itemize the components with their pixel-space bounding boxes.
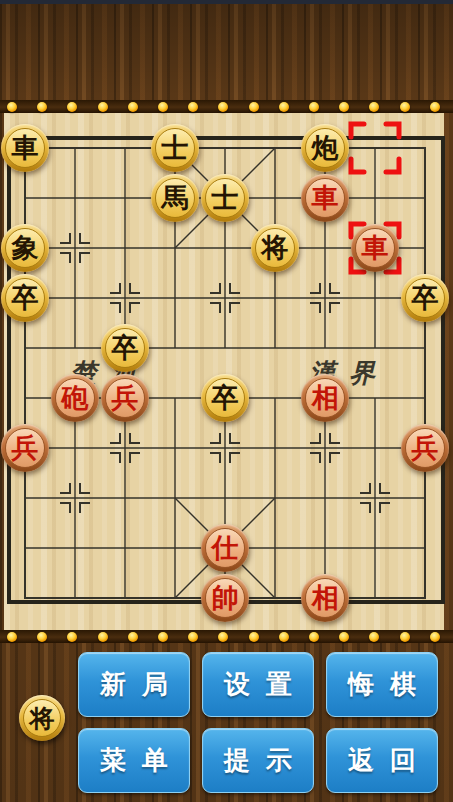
piece-face: 卒 bbox=[5, 278, 45, 318]
piece-face: 相 bbox=[305, 378, 345, 418]
stud bbox=[158, 102, 168, 112]
piece-face: 帥 bbox=[205, 578, 245, 618]
piece-black-advisor[interactable]: 士 bbox=[151, 124, 199, 172]
piece-black-elephant[interactable]: 象 bbox=[1, 224, 49, 272]
piece-face: 車 bbox=[5, 128, 45, 168]
stud bbox=[309, 632, 319, 642]
stud bbox=[158, 632, 168, 642]
stud bbox=[369, 632, 379, 642]
stud bbox=[339, 632, 349, 642]
piece-face: 車 bbox=[305, 178, 345, 218]
piece-face: 兵 bbox=[405, 428, 445, 468]
xiangqi-app-screen: { "game": "xiangqi", "app": { "screen": … bbox=[0, 0, 453, 802]
menu-button[interactable]: 菜单 bbox=[78, 728, 190, 793]
stud bbox=[67, 102, 77, 112]
piece-black-soldier[interactable]: 卒 bbox=[401, 274, 449, 322]
piece-face: 象 bbox=[5, 228, 45, 268]
piece-black-soldier[interactable]: 卒 bbox=[101, 324, 149, 372]
stud bbox=[7, 632, 17, 642]
piece-red-general[interactable]: 帥 bbox=[201, 574, 249, 622]
stud bbox=[218, 632, 228, 642]
stud bbox=[400, 102, 410, 112]
piece-black-general[interactable]: 将 bbox=[251, 224, 299, 272]
back-button[interactable]: 返回 bbox=[326, 728, 438, 793]
back-label: 返回 bbox=[332, 743, 432, 778]
piece-face: 兵 bbox=[105, 378, 145, 418]
piece-black-soldier[interactable]: 卒 bbox=[1, 274, 49, 322]
stud bbox=[98, 102, 108, 112]
hint-button[interactable]: 提示 bbox=[202, 728, 314, 793]
piece-face: 車 bbox=[355, 228, 395, 268]
stud bbox=[67, 632, 77, 642]
piece-face: 馬 bbox=[155, 178, 195, 218]
piece-face: 卒 bbox=[205, 378, 245, 418]
piece-red-advisor[interactable]: 仕 bbox=[201, 524, 249, 572]
menu-label: 菜单 bbox=[84, 743, 184, 778]
piece-red-soldier[interactable]: 兵 bbox=[401, 424, 449, 472]
piece-red-cannon[interactable]: 砲 bbox=[51, 374, 99, 422]
piece-red-chariot[interactable]: 車 bbox=[301, 174, 349, 222]
piece-red-elephant[interactable]: 相 bbox=[301, 374, 349, 422]
piece-red-elephant[interactable]: 相 bbox=[301, 574, 349, 622]
settings-button[interactable]: 设置 bbox=[202, 652, 314, 717]
piece-black-chariot[interactable]: 車 bbox=[1, 124, 49, 172]
piece-face: 卒 bbox=[405, 278, 445, 318]
new-game-button[interactable]: 新局 bbox=[78, 652, 190, 717]
undo-label: 悔棋 bbox=[332, 667, 432, 702]
stud bbox=[188, 632, 198, 642]
piece-black-advisor[interactable]: 士 bbox=[201, 174, 249, 222]
piece-face: 士 bbox=[205, 178, 245, 218]
piece-black-soldier[interactable]: 卒 bbox=[201, 374, 249, 422]
status-bar bbox=[0, 0, 453, 4]
piece-face: 卒 bbox=[105, 328, 145, 368]
turn-indicator-piece: 将 bbox=[19, 695, 65, 741]
piece-face: 仕 bbox=[205, 528, 245, 568]
settings-label: 设置 bbox=[208, 667, 308, 702]
stud bbox=[249, 632, 259, 642]
piece-black-cannon[interactable]: 炮 bbox=[301, 124, 349, 172]
piece-face: 兵 bbox=[5, 428, 45, 468]
control-button-grid: 新局 设置 悔棋 菜单 提示 返回 bbox=[78, 652, 438, 793]
stud bbox=[339, 102, 349, 112]
stud bbox=[37, 102, 47, 112]
piece-face: 炮 bbox=[305, 128, 345, 168]
turn-indicator-label: 将 bbox=[23, 699, 61, 737]
stud bbox=[218, 102, 228, 112]
stud bbox=[430, 102, 440, 112]
stud bbox=[98, 632, 108, 642]
piece-face: 砲 bbox=[55, 378, 95, 418]
piece-face: 士 bbox=[155, 128, 195, 168]
piece-red-soldier[interactable]: 兵 bbox=[101, 374, 149, 422]
undo-button[interactable]: 悔棋 bbox=[326, 652, 438, 717]
stud bbox=[430, 632, 440, 642]
stud bbox=[279, 632, 289, 642]
stud bbox=[128, 632, 138, 642]
piece-red-soldier[interactable]: 兵 bbox=[1, 424, 49, 472]
new-game-label: 新局 bbox=[84, 667, 184, 702]
stud bbox=[7, 102, 17, 112]
stud bbox=[249, 102, 259, 112]
piece-red-chariot[interactable]: 車 bbox=[351, 224, 399, 272]
stud bbox=[188, 102, 198, 112]
stud bbox=[37, 632, 47, 642]
piece-face: 相 bbox=[305, 578, 345, 618]
stud bbox=[128, 102, 138, 112]
hint-label: 提示 bbox=[208, 743, 308, 778]
piece-face: 将 bbox=[255, 228, 295, 268]
stud bbox=[400, 632, 410, 642]
stud bbox=[309, 102, 319, 112]
stud bbox=[279, 102, 289, 112]
piece-black-horse[interactable]: 馬 bbox=[151, 174, 199, 222]
stud bbox=[369, 102, 379, 112]
